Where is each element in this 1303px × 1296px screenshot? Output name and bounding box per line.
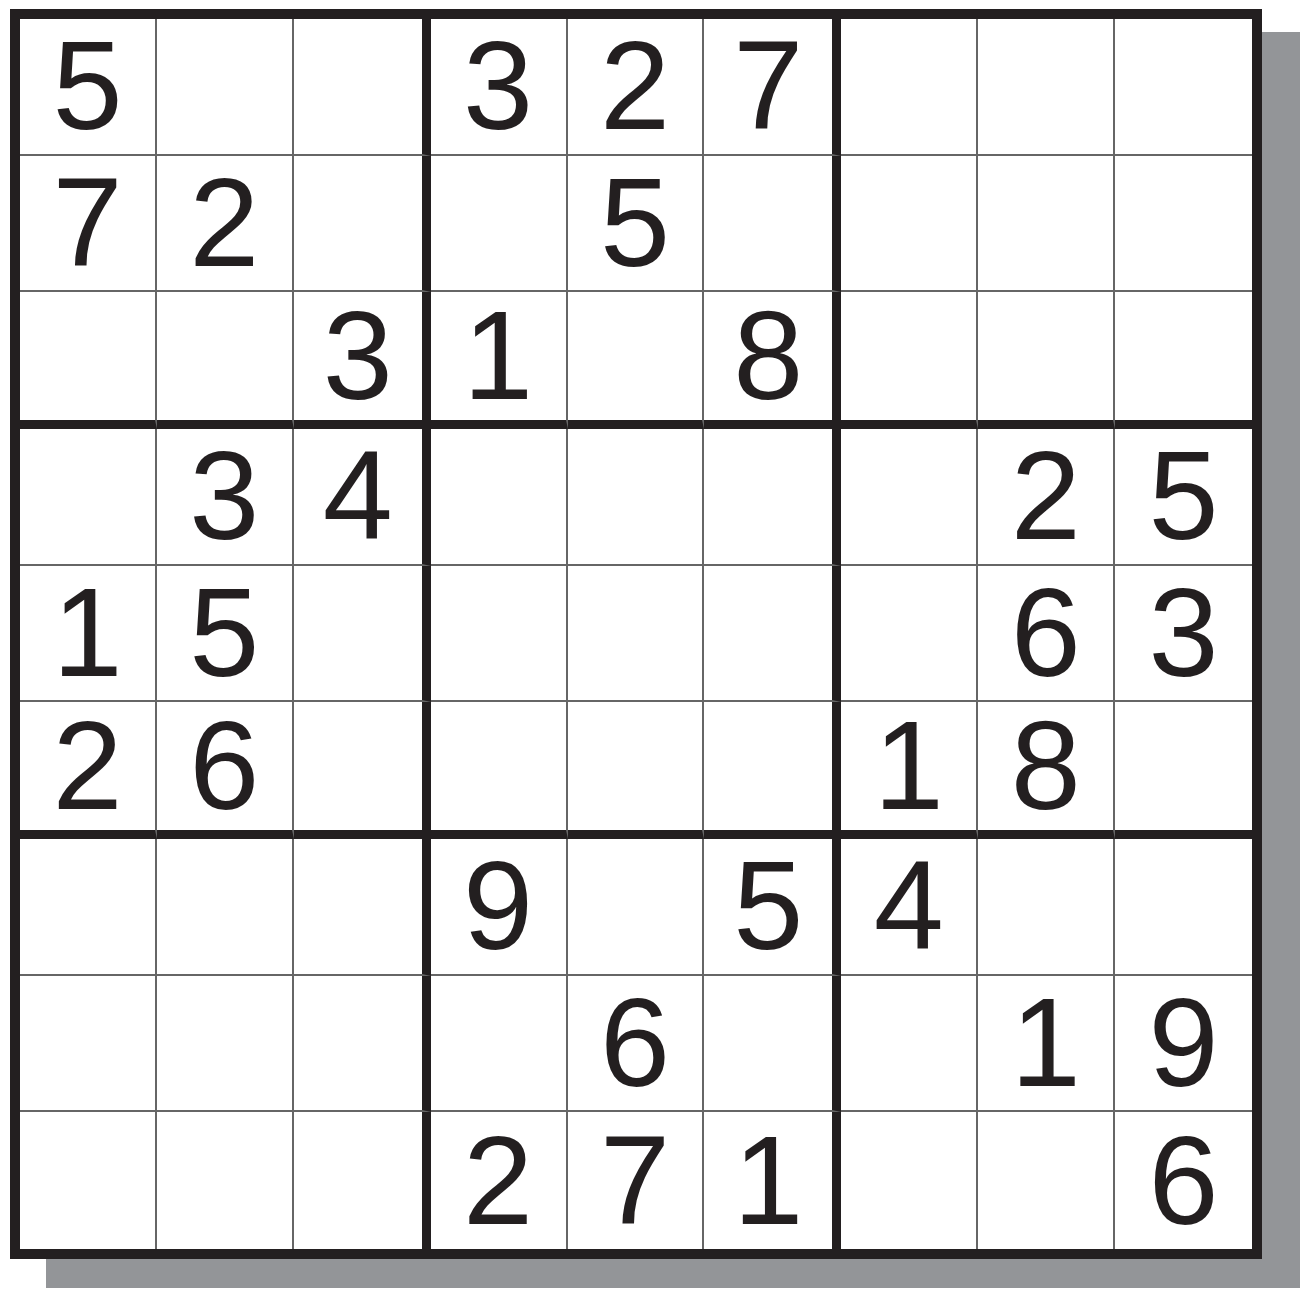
cell-r4c5[interactable] bbox=[568, 429, 705, 566]
cell-r4c3[interactable]: 4 bbox=[294, 429, 431, 566]
given-digit: 1 bbox=[874, 703, 944, 829]
puzzle-page: 53277253183425156326189546192716 bbox=[0, 0, 1303, 1296]
cell-r4c2[interactable]: 3 bbox=[157, 429, 294, 566]
cell-r7c7[interactable]: 4 bbox=[841, 839, 978, 976]
cell-r6c9[interactable] bbox=[1115, 702, 1252, 839]
cell-r6c7[interactable]: 1 bbox=[841, 702, 978, 839]
cell-r7c2[interactable] bbox=[157, 839, 294, 976]
given-digit: 3 bbox=[323, 293, 393, 419]
given-digit: 3 bbox=[463, 23, 533, 149]
cell-r1c7[interactable] bbox=[841, 19, 978, 156]
cell-r9c5[interactable]: 7 bbox=[568, 1112, 705, 1249]
cell-r8c9[interactable]: 9 bbox=[1115, 976, 1252, 1113]
cell-r5c4[interactable] bbox=[431, 566, 568, 703]
given-digit: 7 bbox=[52, 160, 122, 286]
cell-r5c6[interactable] bbox=[704, 566, 841, 703]
cell-r2c8[interactable] bbox=[978, 156, 1115, 293]
cell-r6c4[interactable] bbox=[431, 702, 568, 839]
cell-r4c8[interactable]: 2 bbox=[978, 429, 1115, 566]
given-digit: 9 bbox=[463, 843, 533, 969]
cell-r1c6[interactable]: 7 bbox=[704, 19, 841, 156]
cell-r9c3[interactable] bbox=[294, 1112, 431, 1249]
cell-r9c2[interactable] bbox=[157, 1112, 294, 1249]
given-digit: 6 bbox=[600, 980, 670, 1106]
given-digit: 5 bbox=[600, 160, 670, 286]
given-digit: 1 bbox=[1011, 980, 1081, 1106]
cell-r2c5[interactable]: 5 bbox=[568, 156, 705, 293]
given-digit: 2 bbox=[1011, 433, 1081, 559]
cell-r3c2[interactable] bbox=[157, 292, 294, 429]
given-digit: 4 bbox=[874, 843, 944, 969]
cell-r3c4[interactable]: 1 bbox=[431, 292, 568, 429]
cell-r7c1[interactable] bbox=[20, 839, 157, 976]
given-digit: 2 bbox=[52, 703, 122, 829]
given-digit: 6 bbox=[1149, 1118, 1219, 1244]
given-digit: 6 bbox=[189, 703, 259, 829]
given-digit: 9 bbox=[1149, 980, 1219, 1106]
cell-r3c6[interactable]: 8 bbox=[704, 292, 841, 429]
cell-r1c3[interactable] bbox=[294, 19, 431, 156]
given-digit: 5 bbox=[52, 23, 122, 149]
given-digit: 1 bbox=[52, 570, 122, 696]
cell-r9c6[interactable]: 1 bbox=[704, 1112, 841, 1249]
cell-r8c7[interactable] bbox=[841, 976, 978, 1113]
given-digit: 2 bbox=[600, 23, 670, 149]
given-digit: 7 bbox=[733, 23, 803, 149]
cell-r2c3[interactable] bbox=[294, 156, 431, 293]
cell-r8c4[interactable] bbox=[431, 976, 568, 1113]
cell-r5c9[interactable]: 3 bbox=[1115, 566, 1252, 703]
cell-r6c1[interactable]: 2 bbox=[20, 702, 157, 839]
cell-r3c7[interactable] bbox=[841, 292, 978, 429]
cell-r2c9[interactable] bbox=[1115, 156, 1252, 293]
cell-r2c6[interactable] bbox=[704, 156, 841, 293]
cell-r5c7[interactable] bbox=[841, 566, 978, 703]
cell-r2c2[interactable]: 2 bbox=[157, 156, 294, 293]
given-digit: 8 bbox=[733, 293, 803, 419]
cell-r6c5[interactable] bbox=[568, 702, 705, 839]
cell-r6c3[interactable] bbox=[294, 702, 431, 839]
cell-r4c1[interactable] bbox=[20, 429, 157, 566]
cell-r4c9[interactable]: 5 bbox=[1115, 429, 1252, 566]
given-digit: 3 bbox=[189, 433, 259, 559]
cell-r9c9[interactable]: 6 bbox=[1115, 1112, 1252, 1249]
cell-r9c7[interactable] bbox=[841, 1112, 978, 1249]
cell-r9c8[interactable] bbox=[978, 1112, 1115, 1249]
cell-r3c8[interactable] bbox=[978, 292, 1115, 429]
cell-r5c8[interactable]: 6 bbox=[978, 566, 1115, 703]
cell-r8c3[interactable] bbox=[294, 976, 431, 1113]
given-digit: 1 bbox=[733, 1118, 803, 1244]
cell-r1c1[interactable]: 5 bbox=[20, 19, 157, 156]
cell-r1c8[interactable] bbox=[978, 19, 1115, 156]
given-digit: 2 bbox=[189, 160, 259, 286]
cell-r7c5[interactable] bbox=[568, 839, 705, 976]
cell-r9c4[interactable]: 2 bbox=[431, 1112, 568, 1249]
cell-r3c9[interactable] bbox=[1115, 292, 1252, 429]
given-digit: 7 bbox=[600, 1118, 670, 1244]
cell-r6c2[interactable]: 6 bbox=[157, 702, 294, 839]
given-digit: 5 bbox=[1149, 433, 1219, 559]
cell-r9c1[interactable] bbox=[20, 1112, 157, 1249]
cell-r6c8[interactable]: 8 bbox=[978, 702, 1115, 839]
cell-r8c6[interactable] bbox=[704, 976, 841, 1113]
cell-r1c5[interactable]: 2 bbox=[568, 19, 705, 156]
cell-r7c3[interactable] bbox=[294, 839, 431, 976]
cell-r5c1[interactable]: 1 bbox=[20, 566, 157, 703]
cell-r6c6[interactable] bbox=[704, 702, 841, 839]
cell-r1c2[interactable] bbox=[157, 19, 294, 156]
cell-r2c4[interactable] bbox=[431, 156, 568, 293]
cell-r8c8[interactable]: 1 bbox=[978, 976, 1115, 1113]
cell-r3c1[interactable] bbox=[20, 292, 157, 429]
given-digit: 4 bbox=[323, 433, 393, 559]
given-digit: 3 bbox=[1149, 570, 1219, 696]
given-digit: 8 bbox=[1011, 703, 1081, 829]
cell-r7c6[interactable]: 5 bbox=[704, 839, 841, 976]
cell-r2c1[interactable]: 7 bbox=[20, 156, 157, 293]
cell-r3c3[interactable]: 3 bbox=[294, 292, 431, 429]
given-digit: 2 bbox=[463, 1118, 533, 1244]
cell-r4c6[interactable] bbox=[704, 429, 841, 566]
given-digit: 6 bbox=[1011, 570, 1081, 696]
given-digit: 1 bbox=[463, 293, 533, 419]
cell-r1c4[interactable]: 3 bbox=[431, 19, 568, 156]
cell-r8c5[interactable]: 6 bbox=[568, 976, 705, 1113]
cell-r3c5[interactable] bbox=[568, 292, 705, 429]
cell-r5c3[interactable] bbox=[294, 566, 431, 703]
cell-r5c2[interactable]: 5 bbox=[157, 566, 294, 703]
cell-r1c9[interactable] bbox=[1115, 19, 1252, 156]
given-digit: 5 bbox=[733, 843, 803, 969]
sudoku-board: 53277253183425156326189546192716 bbox=[10, 9, 1262, 1259]
cell-r4c7[interactable] bbox=[841, 429, 978, 566]
cell-r7c8[interactable] bbox=[978, 839, 1115, 976]
cell-r4c4[interactable] bbox=[431, 429, 568, 566]
given-digit: 5 bbox=[189, 570, 259, 696]
cell-r7c4[interactable]: 9 bbox=[431, 839, 568, 976]
cell-r8c1[interactable] bbox=[20, 976, 157, 1113]
cell-r8c2[interactable] bbox=[157, 976, 294, 1113]
cell-r7c9[interactable] bbox=[1115, 839, 1252, 976]
cell-r5c5[interactable] bbox=[568, 566, 705, 703]
cell-r2c7[interactable] bbox=[841, 156, 978, 293]
